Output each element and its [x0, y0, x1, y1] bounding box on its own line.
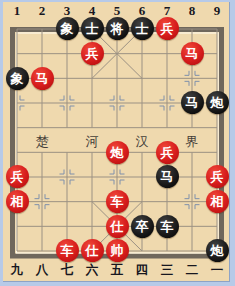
file-labels-bottom: 九八七六五四三二一	[5, 261, 230, 278]
piece-black-advisor[interactable]: 士	[131, 17, 154, 40]
piece-red-elephant[interactable]: 相	[6, 190, 29, 213]
piece-glyph: 仕	[86, 244, 99, 257]
piece-glyph: 马	[186, 96, 199, 109]
piece-glyph: 帅	[111, 244, 124, 257]
piece-black-horse[interactable]: 马	[156, 165, 179, 188]
piece-red-general[interactable]: 帅	[106, 239, 129, 262]
piece-black-elephant[interactable]: 象	[6, 67, 29, 90]
piece-black-horse[interactable]: 马	[181, 91, 204, 114]
piece-red-soldier[interactable]: 兵	[156, 141, 179, 164]
piece-glyph: 士	[86, 22, 99, 35]
piece-red-horse[interactable]: 马	[31, 67, 54, 90]
piece-glyph: 卒	[136, 220, 149, 233]
piece-glyph: 马	[161, 170, 174, 183]
piece-glyph: 相	[11, 195, 24, 208]
file-label-bottom: 九	[5, 261, 30, 278]
piece-glyph: 车	[161, 220, 174, 233]
piece-glyph: 炮	[211, 96, 224, 109]
piece-red-elephant[interactable]: 相	[206, 190, 229, 213]
piece-black-soldier[interactable]: 卒	[131, 215, 154, 238]
file-label-bottom: 四	[130, 261, 155, 278]
piece-red-soldier[interactable]: 兵	[156, 17, 179, 40]
piece-glyph: 相	[211, 195, 224, 208]
piece-black-chariot[interactable]: 车	[156, 215, 179, 238]
xiangqi-app-window: 123456789 楚河汉界 象士将士兵兵马象马马炮炮兵兵马兵相车相仕卒车车仕帅…	[0, 0, 235, 286]
piece-red-cannon[interactable]: 炮	[106, 141, 129, 164]
file-label-bottom: 五	[105, 261, 130, 278]
piece-glyph: 车	[61, 244, 74, 257]
piece-red-chariot[interactable]: 车	[56, 239, 79, 262]
piece-glyph: 仕	[111, 220, 124, 233]
pieces-layer: 象士将士兵兵马象马马炮炮兵兵马兵相车相仕卒车车仕帅炮	[5, 17, 230, 264]
piece-red-soldier[interactable]: 兵	[81, 42, 104, 65]
file-label-bottom: 七	[55, 261, 80, 278]
piece-glyph: 马	[186, 47, 199, 60]
piece-red-chariot[interactable]: 车	[106, 190, 129, 213]
piece-red-soldier[interactable]: 兵	[6, 165, 29, 188]
file-label-bottom: 三	[155, 261, 180, 278]
file-label-bottom: 二	[180, 261, 205, 278]
piece-black-general[interactable]: 将	[106, 17, 129, 40]
file-label-bottom: 六	[80, 261, 105, 278]
piece-red-advisor[interactable]: 仕	[106, 215, 129, 238]
piece-red-advisor[interactable]: 仕	[81, 239, 104, 262]
file-label-bottom: 八	[30, 261, 55, 278]
file-label-bottom: 一	[205, 261, 230, 278]
xiangqi-board[interactable]: 楚河汉界 象士将士兵兵马象马马炮炮兵兵马兵相车相仕卒车车仕帅炮	[3, 2, 229, 281]
piece-glyph: 兵	[161, 146, 174, 159]
piece-glyph: 兵	[161, 22, 174, 35]
piece-red-horse[interactable]: 马	[181, 42, 204, 65]
piece-glyph: 马	[36, 72, 49, 85]
piece-glyph: 兵	[11, 170, 24, 183]
piece-black-advisor[interactable]: 士	[81, 17, 104, 40]
piece-glyph: 炮	[211, 244, 224, 257]
piece-black-cannon[interactable]: 炮	[206, 239, 229, 262]
piece-glyph: 车	[111, 195, 124, 208]
piece-glyph: 象	[11, 72, 24, 85]
board-panel: 123456789 楚河汉界 象士将士兵兵马象马马炮炮兵兵马兵相车相仕卒车车仕帅…	[3, 2, 230, 282]
piece-glyph: 将	[111, 22, 124, 35]
piece-glyph: 士	[136, 22, 149, 35]
piece-glyph: 象	[61, 22, 74, 35]
piece-glyph: 兵	[211, 170, 224, 183]
piece-black-cannon[interactable]: 炮	[206, 91, 229, 114]
piece-glyph: 兵	[86, 47, 99, 60]
piece-black-elephant[interactable]: 象	[56, 17, 79, 40]
piece-red-soldier[interactable]: 兵	[206, 165, 229, 188]
piece-glyph: 炮	[111, 146, 124, 159]
